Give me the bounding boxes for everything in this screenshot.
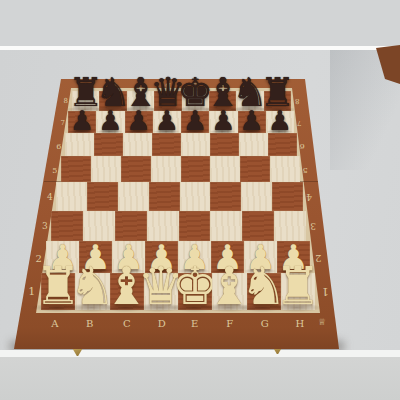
square-g1: ♞ — [247, 273, 281, 310]
file-label-bottom-d: D — [158, 318, 167, 329]
square-e3 — [179, 211, 211, 241]
square-h5 — [270, 156, 300, 182]
rank-label-left-8: 8 — [64, 97, 69, 105]
file-label-top-f: F — [219, 81, 224, 89]
rank-label-left-6: 6 — [56, 142, 62, 151]
square-f8: ♝ — [209, 91, 236, 111]
white-pawn: ♟ — [179, 240, 209, 274]
photo-scene: ♜♞♝♛♚♝♞♜♟♟♟♟♟♟♟♟♟♟♟♟♟♟♟♟♜♞♝♛♚♝♞♜ AABBCCD… — [0, 0, 400, 400]
square-f7: ♟ — [209, 111, 237, 133]
white-pawn: ♟ — [245, 240, 275, 274]
square-a8: ♜ — [72, 91, 99, 111]
square-b4 — [87, 182, 118, 211]
square-b5 — [91, 156, 121, 182]
square-d6 — [152, 133, 181, 156]
square-f6 — [210, 133, 239, 156]
black-pawn: ♟ — [240, 107, 264, 134]
rank-label-left-7: 7 — [61, 119, 66, 127]
rank-label-right-1: 1 — [321, 285, 329, 298]
square-h3 — [274, 211, 306, 241]
square-b1: ♞ — [75, 273, 109, 310]
square-h7: ♟ — [266, 111, 294, 133]
square-h4 — [272, 182, 303, 211]
file-label-top-h: H — [273, 81, 280, 89]
square-g4 — [241, 182, 272, 211]
file-label-top-d: D — [165, 81, 171, 89]
file-label-bottom-a: A — [51, 318, 59, 329]
white-pawn: ♟ — [278, 240, 308, 274]
rank-label-left-3: 3 — [42, 221, 48, 231]
square-h2: ♟ — [277, 241, 310, 273]
square-e1: ♚ — [178, 273, 212, 310]
square-a2: ♟ — [46, 241, 79, 273]
rank-label-left-4: 4 — [47, 192, 53, 202]
rank-label-left-5: 5 — [52, 166, 58, 175]
square-h6 — [268, 133, 297, 156]
file-label-top-e: E — [192, 81, 198, 89]
file-label-bottom-c: C — [123, 318, 131, 329]
rank-label-right-8: 8 — [295, 97, 300, 105]
file-label-bottom-g: G — [261, 318, 270, 329]
table-edge-band — [0, 350, 400, 357]
board-rank-5 — [61, 156, 300, 182]
square-f4 — [210, 182, 241, 211]
square-d7: ♟ — [153, 111, 181, 133]
black-pawn: ♟ — [183, 107, 207, 134]
black-pawn: ♟ — [211, 107, 235, 134]
square-c2: ♟ — [112, 241, 145, 273]
square-g8: ♞ — [236, 91, 263, 111]
rank-label-left-2: 2 — [36, 253, 43, 264]
square-d3 — [147, 211, 179, 241]
wall-upper-band — [0, 0, 400, 47]
square-g2: ♟ — [244, 241, 277, 273]
white-pawn: ♟ — [212, 240, 242, 274]
board-rank-6 — [65, 133, 297, 156]
board-rank-3 — [51, 211, 306, 241]
square-c5 — [121, 156, 151, 182]
file-label-top-c: C — [138, 81, 144, 89]
square-c6 — [123, 133, 152, 156]
square-d8: ♛ — [154, 91, 181, 111]
square-d1: ♛ — [144, 273, 178, 310]
board-rank-7: ♟♟♟♟♟♟♟♟ — [68, 111, 294, 133]
square-c1: ♝ — [110, 273, 144, 310]
square-b2: ♟ — [79, 241, 112, 273]
square-d4 — [149, 182, 180, 211]
square-b8: ♞ — [99, 91, 126, 111]
black-pawn: ♟ — [127, 107, 151, 134]
file-label-top-g: G — [246, 81, 252, 89]
square-g7: ♟ — [238, 111, 266, 133]
square-g5 — [240, 156, 270, 182]
file-label-bottom-e: E — [191, 318, 199, 329]
black-pawn: ♟ — [98, 107, 122, 134]
board-rank-4 — [56, 182, 303, 211]
board-rank-2: ♟♟♟♟♟♟♟♟ — [46, 241, 310, 273]
square-e6 — [181, 133, 210, 156]
white-pawn: ♟ — [146, 240, 176, 274]
square-c3 — [115, 211, 147, 241]
maker-crown-logo: ♕ — [318, 317, 326, 327]
square-a6 — [65, 133, 94, 156]
file-label-bottom-b: B — [86, 318, 94, 329]
square-e7: ♟ — [181, 111, 209, 133]
rank-label-right-6: 6 — [299, 142, 305, 151]
square-f1: ♝ — [212, 273, 246, 310]
black-pawn: ♟ — [268, 107, 292, 134]
white-pawn: ♟ — [80, 240, 110, 274]
square-d5 — [151, 156, 181, 182]
board-rank-1: ♜♞♝♛♚♝♞♜ — [41, 273, 315, 310]
square-f5 — [210, 156, 240, 182]
square-d2: ♟ — [145, 241, 178, 273]
square-b7: ♟ — [96, 111, 124, 133]
square-e8: ♚ — [182, 91, 209, 111]
square-a7: ♟ — [68, 111, 96, 133]
file-label-top-b: B — [111, 81, 117, 89]
square-h1: ♜ — [281, 273, 315, 310]
square-f2: ♟ — [211, 241, 244, 273]
black-pawn: ♟ — [70, 107, 94, 134]
square-g3 — [242, 211, 274, 241]
file-label-bottom-h: H — [295, 318, 304, 329]
white-pawn: ♟ — [113, 240, 143, 274]
square-c8: ♝ — [127, 91, 154, 111]
square-a1: ♜ — [41, 273, 75, 310]
white-pawn: ♟ — [47, 240, 77, 274]
square-e4 — [180, 182, 211, 211]
square-h8: ♜ — [264, 91, 291, 111]
board-rank-8: ♜♞♝♛♚♝♞♜ — [72, 91, 291, 111]
file-label-bottom-f: F — [226, 318, 233, 329]
square-c7: ♟ — [125, 111, 153, 133]
rank-label-right-2: 2 — [315, 253, 322, 264]
square-a5 — [61, 156, 91, 182]
file-label-top-a: A — [84, 81, 90, 89]
square-a3 — [51, 211, 83, 241]
rank-label-right-5: 5 — [302, 166, 308, 175]
rank-label-right-4: 4 — [306, 192, 312, 202]
square-e5 — [181, 156, 211, 182]
rank-label-right-3: 3 — [310, 221, 316, 231]
square-b6 — [94, 133, 123, 156]
rank-label-left-1: 1 — [28, 285, 36, 298]
square-c4 — [118, 182, 149, 211]
square-a4 — [56, 182, 87, 211]
rank-label-right-7: 7 — [297, 119, 302, 127]
square-e2: ♟ — [178, 241, 211, 273]
square-b3 — [83, 211, 115, 241]
black-pawn: ♟ — [155, 107, 179, 134]
square-f3 — [210, 211, 242, 241]
table-surface — [0, 357, 400, 400]
square-g6 — [239, 133, 268, 156]
